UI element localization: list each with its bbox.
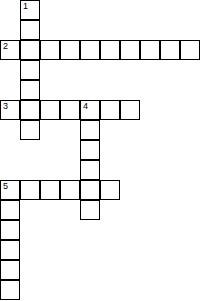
clue-number: 3 — [3, 101, 8, 111]
blocked-cell — [100, 200, 120, 220]
blocked-cell — [120, 120, 140, 140]
blocked-cell — [60, 20, 80, 40]
grid-cell[interactable]: 2 — [0, 40, 20, 60]
blocked-cell — [80, 60, 100, 80]
blocked-cell — [120, 240, 140, 260]
blocked-cell — [80, 260, 100, 280]
blocked-cell — [180, 0, 200, 20]
blocked-cell — [160, 100, 180, 120]
blocked-cell — [160, 200, 180, 220]
grid-cell[interactable]: 3 — [0, 100, 20, 120]
blocked-cell — [60, 260, 80, 280]
grid-cell[interactable] — [80, 140, 100, 160]
blocked-cell — [140, 100, 160, 120]
grid-cell[interactable] — [120, 40, 140, 60]
blocked-cell — [160, 20, 180, 40]
blocked-cell — [40, 20, 60, 40]
blocked-cell — [160, 120, 180, 140]
blocked-cell — [120, 160, 140, 180]
blocked-cell — [20, 240, 40, 260]
blocked-cell — [140, 20, 160, 40]
blocked-cell — [40, 140, 60, 160]
blocked-cell — [100, 0, 120, 20]
grid-cell[interactable] — [20, 120, 40, 140]
blocked-cell — [180, 140, 200, 160]
blocked-cell — [160, 180, 180, 200]
blocked-cell — [60, 160, 80, 180]
blocked-cell — [40, 240, 60, 260]
blocked-cell — [160, 260, 180, 280]
grid-cell[interactable] — [120, 100, 140, 120]
blocked-cell — [40, 160, 60, 180]
blocked-cell — [180, 120, 200, 140]
blocked-cell — [120, 140, 140, 160]
blocked-cell — [80, 280, 100, 300]
blocked-cell — [40, 200, 60, 220]
blocked-cell — [120, 200, 140, 220]
blocked-cell — [180, 20, 200, 40]
crossword-grid: 12345 — [0, 0, 200, 300]
blocked-cell — [40, 120, 60, 140]
blocked-cell — [180, 240, 200, 260]
grid-cell[interactable] — [100, 100, 120, 120]
blocked-cell — [140, 260, 160, 280]
grid-cell[interactable] — [160, 40, 180, 60]
grid-cell[interactable] — [100, 40, 120, 60]
blocked-cell — [0, 0, 20, 20]
blocked-cell — [100, 280, 120, 300]
blocked-cell — [60, 120, 80, 140]
blocked-cell — [120, 260, 140, 280]
blocked-cell — [180, 260, 200, 280]
blocked-cell — [60, 140, 80, 160]
blocked-cell — [60, 80, 80, 100]
blocked-cell — [20, 140, 40, 160]
blocked-cell — [160, 160, 180, 180]
grid-cell[interactable] — [80, 200, 100, 220]
blocked-cell — [60, 280, 80, 300]
blocked-cell — [100, 160, 120, 180]
grid-cell[interactable] — [0, 260, 20, 280]
grid-cell[interactable] — [0, 240, 20, 260]
blocked-cell — [20, 280, 40, 300]
blocked-cell — [140, 80, 160, 100]
grid-cell[interactable] — [20, 20, 40, 40]
grid-cell[interactable] — [20, 40, 40, 60]
grid-cell[interactable] — [0, 280, 20, 300]
blocked-cell — [60, 240, 80, 260]
blocked-cell — [100, 140, 120, 160]
blocked-cell — [120, 0, 140, 20]
blocked-cell — [40, 260, 60, 280]
blocked-cell — [140, 0, 160, 20]
blocked-cell — [120, 60, 140, 80]
grid-cell[interactable] — [40, 100, 60, 120]
blocked-cell — [80, 80, 100, 100]
grid-cell[interactable]: 5 — [0, 180, 20, 200]
blocked-cell — [160, 140, 180, 160]
page-background: 12345 — [0, 0, 201, 301]
grid-cell[interactable] — [60, 100, 80, 120]
blocked-cell — [140, 60, 160, 80]
grid-cell[interactable] — [80, 180, 100, 200]
blocked-cell — [180, 60, 200, 80]
blocked-cell — [160, 60, 180, 80]
blocked-cell — [140, 280, 160, 300]
blocked-cell — [80, 240, 100, 260]
blocked-cell — [20, 260, 40, 280]
grid-cell[interactable]: 1 — [20, 0, 40, 20]
blocked-cell — [100, 220, 120, 240]
grid-cell[interactable] — [0, 220, 20, 240]
blocked-cell — [60, 220, 80, 240]
blocked-cell — [100, 260, 120, 280]
blocked-cell — [40, 60, 60, 80]
blocked-cell — [100, 60, 120, 80]
grid-cell[interactable] — [0, 200, 20, 220]
blocked-cell — [160, 240, 180, 260]
grid-cell[interactable] — [20, 80, 40, 100]
blocked-cell — [160, 220, 180, 240]
clue-number: 5 — [3, 181, 8, 191]
grid-cell[interactable] — [100, 180, 120, 200]
blocked-cell — [80, 0, 100, 20]
blocked-cell — [120, 280, 140, 300]
grid-cell[interactable] — [140, 40, 160, 60]
blocked-cell — [20, 200, 40, 220]
clue-number: 2 — [3, 41, 8, 51]
grid-cell[interactable] — [40, 40, 60, 60]
blocked-cell — [80, 20, 100, 40]
grid-cell[interactable] — [80, 40, 100, 60]
blocked-cell — [140, 120, 160, 140]
blocked-cell — [180, 280, 200, 300]
grid-cell[interactable] — [20, 180, 40, 200]
blocked-cell — [140, 160, 160, 180]
blocked-cell — [40, 220, 60, 240]
blocked-cell — [20, 160, 40, 180]
clue-number: 4 — [83, 101, 88, 111]
blocked-cell — [0, 160, 20, 180]
blocked-cell — [40, 280, 60, 300]
blocked-cell — [180, 160, 200, 180]
blocked-cell — [140, 220, 160, 240]
blocked-cell — [60, 0, 80, 20]
blocked-cell — [180, 200, 200, 220]
blocked-cell — [0, 120, 20, 140]
blocked-cell — [160, 0, 180, 20]
blocked-cell — [100, 20, 120, 40]
grid-cell[interactable] — [60, 40, 80, 60]
blocked-cell — [0, 80, 20, 100]
blocked-cell — [140, 240, 160, 260]
blocked-cell — [180, 220, 200, 240]
grid-cell[interactable] — [40, 180, 60, 200]
blocked-cell — [0, 140, 20, 160]
blocked-cell — [120, 80, 140, 100]
clue-number: 1 — [23, 1, 28, 11]
blocked-cell — [20, 220, 40, 240]
blocked-cell — [120, 20, 140, 40]
blocked-cell — [40, 80, 60, 100]
blocked-cell — [0, 60, 20, 80]
blocked-cell — [160, 280, 180, 300]
grid-cell[interactable] — [20, 60, 40, 80]
blocked-cell — [120, 180, 140, 200]
blocked-cell — [100, 80, 120, 100]
blocked-cell — [140, 140, 160, 160]
blocked-cell — [60, 200, 80, 220]
grid-cell[interactable] — [80, 160, 100, 180]
blocked-cell — [60, 60, 80, 80]
blocked-cell — [140, 180, 160, 200]
grid-cell[interactable] — [80, 120, 100, 140]
blocked-cell — [0, 20, 20, 40]
blocked-cell — [180, 180, 200, 200]
grid-cell[interactable] — [20, 100, 40, 120]
blocked-cell — [140, 200, 160, 220]
blocked-cell — [80, 220, 100, 240]
blocked-cell — [40, 0, 60, 20]
blocked-cell — [120, 220, 140, 240]
blocked-cell — [180, 80, 200, 100]
grid-cell[interactable] — [180, 40, 200, 60]
blocked-cell — [100, 240, 120, 260]
blocked-cell — [180, 100, 200, 120]
grid-cell[interactable]: 4 — [80, 100, 100, 120]
grid-cell[interactable] — [60, 180, 80, 200]
blocked-cell — [100, 120, 120, 140]
blocked-cell — [160, 80, 180, 100]
